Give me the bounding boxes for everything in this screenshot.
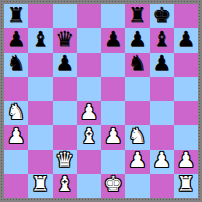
- square-d6[interactable]: [77, 53, 101, 77]
- piece-black-pawn[interactable]: ♟: [128, 29, 147, 50]
- square-h2[interactable]: ♟: [174, 150, 198, 174]
- square-b3[interactable]: [28, 125, 52, 149]
- piece-white-pawn[interactable]: ♟: [104, 126, 123, 147]
- square-b1[interactable]: ♜: [28, 174, 52, 198]
- square-d3[interactable]: ♝: [77, 125, 101, 149]
- piece-white-pawn[interactable]: ♟: [79, 102, 98, 123]
- piece-white-pawn[interactable]: ♟: [7, 126, 26, 147]
- square-b5[interactable]: [28, 77, 52, 101]
- square-c8[interactable]: [53, 4, 77, 28]
- square-a3[interactable]: ♟: [4, 125, 28, 149]
- piece-white-pawn[interactable]: ♟: [176, 150, 195, 171]
- square-c2[interactable]: ♛: [53, 150, 77, 174]
- chess-board-frame: ♜♜♚♟♝♛♟♟♝♟♞♟♞♟♞♟♟♝♟♞♛♟♟♟♜♝♚♜: [0, 0, 202, 202]
- chess-board: ♜♜♚♟♝♛♟♟♝♟♞♟♞♟♞♟♟♝♟♞♛♟♟♟♜♝♚♜: [4, 4, 198, 198]
- square-b7[interactable]: ♝: [28, 28, 52, 52]
- piece-black-knight[interactable]: ♞: [7, 53, 26, 74]
- piece-black-pawn[interactable]: ♟: [7, 29, 26, 50]
- square-c6[interactable]: ♟: [53, 53, 77, 77]
- square-f4[interactable]: [125, 101, 149, 125]
- square-e5[interactable]: [101, 77, 125, 101]
- square-h5[interactable]: [174, 77, 198, 101]
- square-f2[interactable]: ♟: [125, 150, 149, 174]
- square-b4[interactable]: [28, 101, 52, 125]
- square-d4[interactable]: ♟: [77, 101, 101, 125]
- piece-white-king[interactable]: ♚: [104, 174, 123, 195]
- square-f1[interactable]: [125, 174, 149, 198]
- square-g5[interactable]: [150, 77, 174, 101]
- square-f3[interactable]: ♞: [125, 125, 149, 149]
- square-d8[interactable]: [77, 4, 101, 28]
- square-h6[interactable]: [174, 53, 198, 77]
- square-c1[interactable]: ♝: [53, 174, 77, 198]
- piece-black-bishop[interactable]: ♝: [152, 29, 171, 50]
- piece-black-rook[interactable]: ♜: [128, 5, 147, 26]
- square-e6[interactable]: [101, 53, 125, 77]
- piece-white-pawn[interactable]: ♟: [128, 150, 147, 171]
- square-g4[interactable]: [150, 101, 174, 125]
- square-g7[interactable]: ♝: [150, 28, 174, 52]
- square-e1[interactable]: ♚: [101, 174, 125, 198]
- square-d2[interactable]: [77, 150, 101, 174]
- square-f5[interactable]: [125, 77, 149, 101]
- square-h3[interactable]: [174, 125, 198, 149]
- piece-white-knight[interactable]: ♞: [128, 126, 147, 147]
- piece-black-king[interactable]: ♚: [152, 5, 171, 26]
- square-b8[interactable]: [28, 4, 52, 28]
- square-a4[interactable]: ♞: [4, 101, 28, 125]
- square-h1[interactable]: ♜: [174, 174, 198, 198]
- piece-black-pawn[interactable]: ♟: [55, 53, 74, 74]
- piece-white-rook[interactable]: ♜: [31, 174, 50, 195]
- piece-black-pawn[interactable]: ♟: [104, 29, 123, 50]
- square-c5[interactable]: [53, 77, 77, 101]
- square-g3[interactable]: [150, 125, 174, 149]
- square-e3[interactable]: ♟: [101, 125, 125, 149]
- square-a2[interactable]: [4, 150, 28, 174]
- square-e4[interactable]: [101, 101, 125, 125]
- square-f8[interactable]: ♜: [125, 4, 149, 28]
- square-e8[interactable]: [101, 4, 125, 28]
- piece-white-knight[interactable]: ♞: [7, 102, 26, 123]
- square-h4[interactable]: [174, 101, 198, 125]
- piece-white-bishop[interactable]: ♝: [55, 174, 74, 195]
- square-h8[interactable]: [174, 4, 198, 28]
- square-g2[interactable]: ♟: [150, 150, 174, 174]
- piece-white-pawn[interactable]: ♟: [152, 150, 171, 171]
- piece-black-pawn[interactable]: ♟: [152, 53, 171, 74]
- square-a5[interactable]: [4, 77, 28, 101]
- square-b6[interactable]: [28, 53, 52, 77]
- square-f7[interactable]: ♟: [125, 28, 149, 52]
- square-a7[interactable]: ♟: [4, 28, 28, 52]
- piece-white-rook[interactable]: ♜: [176, 174, 195, 195]
- square-b2[interactable]: [28, 150, 52, 174]
- square-c3[interactable]: [53, 125, 77, 149]
- piece-black-knight[interactable]: ♞: [128, 53, 147, 74]
- square-c4[interactable]: [53, 101, 77, 125]
- square-g8[interactable]: ♚: [150, 4, 174, 28]
- square-d7[interactable]: [77, 28, 101, 52]
- piece-black-pawn[interactable]: ♟: [176, 29, 195, 50]
- square-e7[interactable]: ♟: [101, 28, 125, 52]
- square-d5[interactable]: [77, 77, 101, 101]
- square-f6[interactable]: ♞: [125, 53, 149, 77]
- square-c7[interactable]: ♛: [53, 28, 77, 52]
- piece-white-queen[interactable]: ♛: [55, 150, 74, 171]
- square-a1[interactable]: [4, 174, 28, 198]
- square-g6[interactable]: ♟: [150, 53, 174, 77]
- square-g1[interactable]: [150, 174, 174, 198]
- piece-black-bishop[interactable]: ♝: [31, 29, 50, 50]
- piece-black-rook[interactable]: ♜: [7, 5, 26, 26]
- square-d1[interactable]: [77, 174, 101, 198]
- square-a8[interactable]: ♜: [4, 4, 28, 28]
- piece-white-bishop[interactable]: ♝: [79, 126, 98, 147]
- piece-black-queen[interactable]: ♛: [55, 29, 74, 50]
- square-h7[interactable]: ♟: [174, 28, 198, 52]
- square-e2[interactable]: [101, 150, 125, 174]
- square-a6[interactable]: ♞: [4, 53, 28, 77]
